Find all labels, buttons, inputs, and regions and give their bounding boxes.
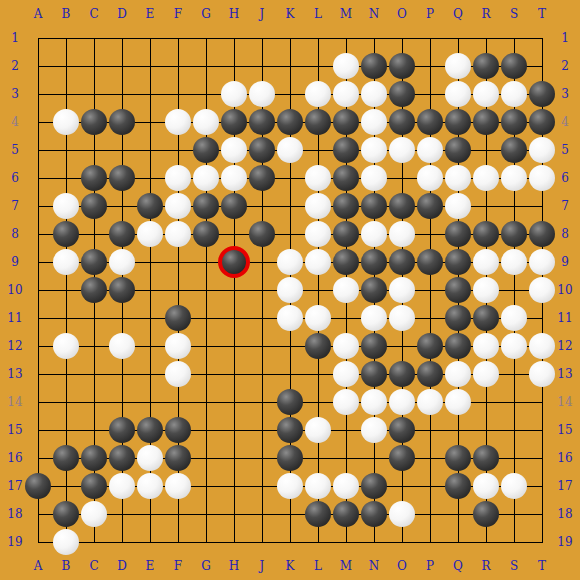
point-F11[interactable]: [164, 304, 192, 332]
point-Q5[interactable]: [444, 136, 472, 164]
point-G3[interactable]: [192, 80, 220, 108]
point-Q9[interactable]: [444, 248, 472, 276]
point-F15[interactable]: [164, 416, 192, 444]
point-K14[interactable]: [276, 388, 304, 416]
point-G5[interactable]: [192, 136, 220, 164]
point-E2[interactable]: [136, 52, 164, 80]
point-T12[interactable]: [528, 332, 556, 360]
point-D11[interactable]: [108, 304, 136, 332]
point-P8[interactable]: [416, 220, 444, 248]
point-L1[interactable]: [304, 24, 332, 52]
point-F5[interactable]: [164, 136, 192, 164]
point-H6[interactable]: [220, 164, 248, 192]
point-K5[interactable]: [276, 136, 304, 164]
point-B12[interactable]: [52, 332, 80, 360]
point-E3[interactable]: [136, 80, 164, 108]
point-R9[interactable]: [472, 248, 500, 276]
point-S10[interactable]: [500, 276, 528, 304]
point-D10[interactable]: [108, 276, 136, 304]
point-O10[interactable]: [388, 276, 416, 304]
point-O8[interactable]: [388, 220, 416, 248]
point-C11[interactable]: [80, 304, 108, 332]
point-G4[interactable]: [192, 108, 220, 136]
point-N16[interactable]: [360, 444, 388, 472]
point-R10[interactable]: [472, 276, 500, 304]
point-S1[interactable]: [500, 24, 528, 52]
point-T4[interactable]: [528, 108, 556, 136]
point-F7[interactable]: [164, 192, 192, 220]
point-J16[interactable]: [248, 444, 276, 472]
point-P3[interactable]: [416, 80, 444, 108]
point-A3[interactable]: [24, 80, 52, 108]
point-Q2[interactable]: [444, 52, 472, 80]
point-R16[interactable]: [472, 444, 500, 472]
point-R18[interactable]: [472, 500, 500, 528]
point-S5[interactable]: [500, 136, 528, 164]
point-P13[interactable]: [416, 360, 444, 388]
point-J13[interactable]: [248, 360, 276, 388]
point-O6[interactable]: [388, 164, 416, 192]
point-B13[interactable]: [52, 360, 80, 388]
point-M8[interactable]: [332, 220, 360, 248]
point-J14[interactable]: [248, 388, 276, 416]
point-B15[interactable]: [52, 416, 80, 444]
point-K1[interactable]: [276, 24, 304, 52]
point-B9[interactable]: [52, 248, 80, 276]
point-N18[interactable]: [360, 500, 388, 528]
point-C19[interactable]: [80, 528, 108, 556]
point-K13[interactable]: [276, 360, 304, 388]
point-F13[interactable]: [164, 360, 192, 388]
point-B8[interactable]: [52, 220, 80, 248]
point-D9[interactable]: [108, 248, 136, 276]
point-Q19[interactable]: [444, 528, 472, 556]
point-G15[interactable]: [192, 416, 220, 444]
point-K9[interactable]: [276, 248, 304, 276]
point-H8[interactable]: [220, 220, 248, 248]
point-A15[interactable]: [24, 416, 52, 444]
point-K7[interactable]: [276, 192, 304, 220]
point-Q18[interactable]: [444, 500, 472, 528]
point-S9[interactable]: [500, 248, 528, 276]
point-B7[interactable]: [52, 192, 80, 220]
point-J5[interactable]: [248, 136, 276, 164]
point-A8[interactable]: [24, 220, 52, 248]
point-J11[interactable]: [248, 304, 276, 332]
point-M12[interactable]: [332, 332, 360, 360]
point-B18[interactable]: [52, 500, 80, 528]
point-N7[interactable]: [360, 192, 388, 220]
point-G16[interactable]: [192, 444, 220, 472]
point-F12[interactable]: [164, 332, 192, 360]
point-Q13[interactable]: [444, 360, 472, 388]
point-H5[interactable]: [220, 136, 248, 164]
point-E16[interactable]: [136, 444, 164, 472]
point-C14[interactable]: [80, 388, 108, 416]
point-D6[interactable]: [108, 164, 136, 192]
point-R11[interactable]: [472, 304, 500, 332]
point-M19[interactable]: [332, 528, 360, 556]
point-A13[interactable]: [24, 360, 52, 388]
point-T9[interactable]: [528, 248, 556, 276]
point-G18[interactable]: [192, 500, 220, 528]
point-C4[interactable]: [80, 108, 108, 136]
point-D12[interactable]: [108, 332, 136, 360]
point-E7[interactable]: [136, 192, 164, 220]
point-H7[interactable]: [220, 192, 248, 220]
point-O13[interactable]: [388, 360, 416, 388]
point-N15[interactable]: [360, 416, 388, 444]
point-H17[interactable]: [220, 472, 248, 500]
point-H19[interactable]: [220, 528, 248, 556]
point-J15[interactable]: [248, 416, 276, 444]
point-P4[interactable]: [416, 108, 444, 136]
point-A5[interactable]: [24, 136, 52, 164]
point-T13[interactable]: [528, 360, 556, 388]
point-S18[interactable]: [500, 500, 528, 528]
point-F10[interactable]: [164, 276, 192, 304]
point-M9[interactable]: [332, 248, 360, 276]
point-P9[interactable]: [416, 248, 444, 276]
point-Q16[interactable]: [444, 444, 472, 472]
point-S19[interactable]: [500, 528, 528, 556]
point-O18[interactable]: [388, 500, 416, 528]
point-T6[interactable]: [528, 164, 556, 192]
point-L18[interactable]: [304, 500, 332, 528]
point-R14[interactable]: [472, 388, 500, 416]
point-D19[interactable]: [108, 528, 136, 556]
point-E12[interactable]: [136, 332, 164, 360]
point-S17[interactable]: [500, 472, 528, 500]
point-G8[interactable]: [192, 220, 220, 248]
point-E18[interactable]: [136, 500, 164, 528]
point-G14[interactable]: [192, 388, 220, 416]
point-T17[interactable]: [528, 472, 556, 500]
point-L2[interactable]: [304, 52, 332, 80]
point-T11[interactable]: [528, 304, 556, 332]
point-C2[interactable]: [80, 52, 108, 80]
point-A11[interactable]: [24, 304, 52, 332]
point-T2[interactable]: [528, 52, 556, 80]
point-P16[interactable]: [416, 444, 444, 472]
point-D16[interactable]: [108, 444, 136, 472]
point-M14[interactable]: [332, 388, 360, 416]
point-S3[interactable]: [500, 80, 528, 108]
point-A1[interactable]: [24, 24, 52, 52]
point-N1[interactable]: [360, 24, 388, 52]
point-N17[interactable]: [360, 472, 388, 500]
point-E13[interactable]: [136, 360, 164, 388]
point-S6[interactable]: [500, 164, 528, 192]
point-R3[interactable]: [472, 80, 500, 108]
point-Q11[interactable]: [444, 304, 472, 332]
point-N14[interactable]: [360, 388, 388, 416]
point-P7[interactable]: [416, 192, 444, 220]
point-L10[interactable]: [304, 276, 332, 304]
point-E11[interactable]: [136, 304, 164, 332]
point-L11[interactable]: [304, 304, 332, 332]
point-S2[interactable]: [500, 52, 528, 80]
point-B1[interactable]: [52, 24, 80, 52]
point-J18[interactable]: [248, 500, 276, 528]
point-O4[interactable]: [388, 108, 416, 136]
point-Q6[interactable]: [444, 164, 472, 192]
point-Q15[interactable]: [444, 416, 472, 444]
point-P11[interactable]: [416, 304, 444, 332]
point-M17[interactable]: [332, 472, 360, 500]
point-L5[interactable]: [304, 136, 332, 164]
point-D4[interactable]: [108, 108, 136, 136]
point-A6[interactable]: [24, 164, 52, 192]
point-M4[interactable]: [332, 108, 360, 136]
point-A14[interactable]: [24, 388, 52, 416]
point-C10[interactable]: [80, 276, 108, 304]
point-K19[interactable]: [276, 528, 304, 556]
point-J3[interactable]: [248, 80, 276, 108]
point-F17[interactable]: [164, 472, 192, 500]
point-P14[interactable]: [416, 388, 444, 416]
point-T5[interactable]: [528, 136, 556, 164]
point-S16[interactable]: [500, 444, 528, 472]
point-D18[interactable]: [108, 500, 136, 528]
point-P15[interactable]: [416, 416, 444, 444]
point-B3[interactable]: [52, 80, 80, 108]
point-K8[interactable]: [276, 220, 304, 248]
point-O15[interactable]: [388, 416, 416, 444]
point-J9[interactable]: [248, 248, 276, 276]
point-B17[interactable]: [52, 472, 80, 500]
point-S14[interactable]: [500, 388, 528, 416]
point-A12[interactable]: [24, 332, 52, 360]
point-H18[interactable]: [220, 500, 248, 528]
point-A18[interactable]: [24, 500, 52, 528]
point-J4[interactable]: [248, 108, 276, 136]
point-F16[interactable]: [164, 444, 192, 472]
point-A4[interactable]: [24, 108, 52, 136]
point-G6[interactable]: [192, 164, 220, 192]
point-L12[interactable]: [304, 332, 332, 360]
point-Q8[interactable]: [444, 220, 472, 248]
point-T10[interactable]: [528, 276, 556, 304]
point-M5[interactable]: [332, 136, 360, 164]
point-E10[interactable]: [136, 276, 164, 304]
point-P1[interactable]: [416, 24, 444, 52]
point-E19[interactable]: [136, 528, 164, 556]
point-B6[interactable]: [52, 164, 80, 192]
point-O12[interactable]: [388, 332, 416, 360]
point-O9[interactable]: [388, 248, 416, 276]
point-H2[interactable]: [220, 52, 248, 80]
point-H12[interactable]: [220, 332, 248, 360]
point-H9[interactable]: [220, 248, 248, 276]
point-C16[interactable]: [80, 444, 108, 472]
point-N9[interactable]: [360, 248, 388, 276]
point-J1[interactable]: [248, 24, 276, 52]
point-B2[interactable]: [52, 52, 80, 80]
point-J6[interactable]: [248, 164, 276, 192]
point-K3[interactable]: [276, 80, 304, 108]
point-S7[interactable]: [500, 192, 528, 220]
point-Q3[interactable]: [444, 80, 472, 108]
point-G11[interactable]: [192, 304, 220, 332]
point-C6[interactable]: [80, 164, 108, 192]
point-L8[interactable]: [304, 220, 332, 248]
point-M13[interactable]: [332, 360, 360, 388]
point-T15[interactable]: [528, 416, 556, 444]
point-F8[interactable]: [164, 220, 192, 248]
point-R17[interactable]: [472, 472, 500, 500]
point-A19[interactable]: [24, 528, 52, 556]
point-B4[interactable]: [52, 108, 80, 136]
point-M11[interactable]: [332, 304, 360, 332]
point-R4[interactable]: [472, 108, 500, 136]
point-M6[interactable]: [332, 164, 360, 192]
point-O16[interactable]: [388, 444, 416, 472]
point-N5[interactable]: [360, 136, 388, 164]
point-O14[interactable]: [388, 388, 416, 416]
point-E9[interactable]: [136, 248, 164, 276]
point-O5[interactable]: [388, 136, 416, 164]
point-G10[interactable]: [192, 276, 220, 304]
point-M2[interactable]: [332, 52, 360, 80]
point-E14[interactable]: [136, 388, 164, 416]
point-E5[interactable]: [136, 136, 164, 164]
point-L3[interactable]: [304, 80, 332, 108]
point-K6[interactable]: [276, 164, 304, 192]
point-Q14[interactable]: [444, 388, 472, 416]
point-P18[interactable]: [416, 500, 444, 528]
point-J7[interactable]: [248, 192, 276, 220]
point-O11[interactable]: [388, 304, 416, 332]
point-T3[interactable]: [528, 80, 556, 108]
point-P17[interactable]: [416, 472, 444, 500]
point-Q7[interactable]: [444, 192, 472, 220]
point-P19[interactable]: [416, 528, 444, 556]
point-C9[interactable]: [80, 248, 108, 276]
point-H16[interactable]: [220, 444, 248, 472]
point-T1[interactable]: [528, 24, 556, 52]
point-L16[interactable]: [304, 444, 332, 472]
point-N6[interactable]: [360, 164, 388, 192]
point-K4[interactable]: [276, 108, 304, 136]
point-G7[interactable]: [192, 192, 220, 220]
point-P5[interactable]: [416, 136, 444, 164]
point-L15[interactable]: [304, 416, 332, 444]
point-L7[interactable]: [304, 192, 332, 220]
point-D3[interactable]: [108, 80, 136, 108]
point-A2[interactable]: [24, 52, 52, 80]
point-H11[interactable]: [220, 304, 248, 332]
point-C15[interactable]: [80, 416, 108, 444]
point-O17[interactable]: [388, 472, 416, 500]
point-H15[interactable]: [220, 416, 248, 444]
point-F19[interactable]: [164, 528, 192, 556]
point-S8[interactable]: [500, 220, 528, 248]
point-C8[interactable]: [80, 220, 108, 248]
point-K16[interactable]: [276, 444, 304, 472]
point-J17[interactable]: [248, 472, 276, 500]
point-T14[interactable]: [528, 388, 556, 416]
point-F4[interactable]: [164, 108, 192, 136]
point-R13[interactable]: [472, 360, 500, 388]
point-B11[interactable]: [52, 304, 80, 332]
point-N8[interactable]: [360, 220, 388, 248]
point-O7[interactable]: [388, 192, 416, 220]
point-T16[interactable]: [528, 444, 556, 472]
point-A7[interactable]: [24, 192, 52, 220]
point-C5[interactable]: [80, 136, 108, 164]
point-F6[interactable]: [164, 164, 192, 192]
point-P10[interactable]: [416, 276, 444, 304]
point-E6[interactable]: [136, 164, 164, 192]
point-B10[interactable]: [52, 276, 80, 304]
point-N3[interactable]: [360, 80, 388, 108]
point-O3[interactable]: [388, 80, 416, 108]
point-B5[interactable]: [52, 136, 80, 164]
point-N11[interactable]: [360, 304, 388, 332]
point-D2[interactable]: [108, 52, 136, 80]
point-T18[interactable]: [528, 500, 556, 528]
point-K12[interactable]: [276, 332, 304, 360]
point-L17[interactable]: [304, 472, 332, 500]
point-A10[interactable]: [24, 276, 52, 304]
point-M1[interactable]: [332, 24, 360, 52]
point-N10[interactable]: [360, 276, 388, 304]
point-R12[interactable]: [472, 332, 500, 360]
point-T19[interactable]: [528, 528, 556, 556]
point-Q17[interactable]: [444, 472, 472, 500]
point-H3[interactable]: [220, 80, 248, 108]
point-D8[interactable]: [108, 220, 136, 248]
point-Q12[interactable]: [444, 332, 472, 360]
point-H14[interactable]: [220, 388, 248, 416]
point-P6[interactable]: [416, 164, 444, 192]
point-H4[interactable]: [220, 108, 248, 136]
point-G13[interactable]: [192, 360, 220, 388]
point-E17[interactable]: [136, 472, 164, 500]
point-A9[interactable]: [24, 248, 52, 276]
point-D15[interactable]: [108, 416, 136, 444]
point-F1[interactable]: [164, 24, 192, 52]
point-F9[interactable]: [164, 248, 192, 276]
point-L9[interactable]: [304, 248, 332, 276]
point-K2[interactable]: [276, 52, 304, 80]
point-A17[interactable]: [24, 472, 52, 500]
point-M15[interactable]: [332, 416, 360, 444]
point-K17[interactable]: [276, 472, 304, 500]
point-L6[interactable]: [304, 164, 332, 192]
point-E15[interactable]: [136, 416, 164, 444]
point-B19[interactable]: [52, 528, 80, 556]
point-P2[interactable]: [416, 52, 444, 80]
point-L13[interactable]: [304, 360, 332, 388]
point-M10[interactable]: [332, 276, 360, 304]
point-O19[interactable]: [388, 528, 416, 556]
point-O2[interactable]: [388, 52, 416, 80]
point-R7[interactable]: [472, 192, 500, 220]
point-N4[interactable]: [360, 108, 388, 136]
point-P12[interactable]: [416, 332, 444, 360]
point-E1[interactable]: [136, 24, 164, 52]
point-N2[interactable]: [360, 52, 388, 80]
point-M3[interactable]: [332, 80, 360, 108]
point-R1[interactable]: [472, 24, 500, 52]
point-C13[interactable]: [80, 360, 108, 388]
point-E4[interactable]: [136, 108, 164, 136]
point-C1[interactable]: [80, 24, 108, 52]
point-D17[interactable]: [108, 472, 136, 500]
point-K10[interactable]: [276, 276, 304, 304]
